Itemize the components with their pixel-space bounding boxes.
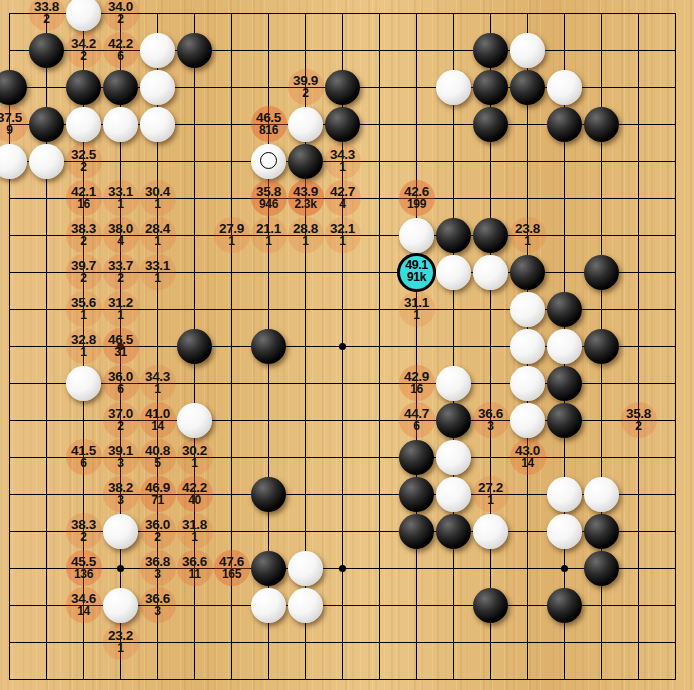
intersection[interactable]: 36.63 xyxy=(472,402,509,439)
intersection[interactable] xyxy=(435,513,472,550)
intersection[interactable] xyxy=(509,513,546,550)
candidate-move-label[interactable]: 34.31 xyxy=(131,365,184,402)
intersection[interactable] xyxy=(546,661,583,690)
intersection[interactable] xyxy=(398,550,435,587)
intersection[interactable] xyxy=(0,365,28,402)
intersection[interactable] xyxy=(0,402,28,439)
candidate-move-label[interactable]: 31.21 xyxy=(94,291,147,328)
intersection[interactable] xyxy=(472,180,509,217)
intersection[interactable] xyxy=(583,550,620,587)
intersection[interactable] xyxy=(0,254,28,291)
intersection[interactable] xyxy=(0,32,28,69)
intersection[interactable] xyxy=(176,32,213,69)
intersection[interactable] xyxy=(546,106,583,143)
intersection[interactable] xyxy=(620,365,657,402)
intersection[interactable] xyxy=(398,439,435,476)
intersection[interactable] xyxy=(250,513,287,550)
intersection[interactable] xyxy=(250,32,287,69)
intersection[interactable]: 34.31 xyxy=(139,365,176,402)
intersection[interactable] xyxy=(287,328,324,365)
intersection[interactable] xyxy=(324,0,361,32)
intersection[interactable] xyxy=(583,513,620,550)
intersection[interactable] xyxy=(472,254,509,291)
intersection[interactable] xyxy=(250,587,287,624)
intersection[interactable] xyxy=(250,254,287,291)
intersection[interactable] xyxy=(287,624,324,661)
intersection[interactable] xyxy=(0,624,28,661)
intersection[interactable] xyxy=(176,624,213,661)
intersection[interactable] xyxy=(509,69,546,106)
intersection[interactable]: 36.63 xyxy=(139,587,176,624)
intersection[interactable] xyxy=(657,550,694,587)
intersection[interactable] xyxy=(287,0,324,32)
intersection[interactable] xyxy=(213,32,250,69)
intersection[interactable] xyxy=(435,624,472,661)
intersection[interactable] xyxy=(509,143,546,180)
intersection[interactable] xyxy=(657,624,694,661)
intersection[interactable] xyxy=(65,661,102,690)
intersection[interactable]: 31.11 xyxy=(398,291,435,328)
intersection[interactable] xyxy=(176,0,213,32)
intersection[interactable] xyxy=(472,661,509,690)
intersection[interactable] xyxy=(546,69,583,106)
intersection[interactable] xyxy=(657,180,694,217)
candidate-move-label[interactable]: 36.63 xyxy=(464,402,517,439)
intersection[interactable] xyxy=(657,661,694,690)
intersection[interactable] xyxy=(472,106,509,143)
intersection[interactable] xyxy=(287,661,324,690)
intersection[interactable] xyxy=(213,328,250,365)
intersection[interactable] xyxy=(583,180,620,217)
intersection[interactable] xyxy=(509,254,546,291)
intersection[interactable] xyxy=(620,291,657,328)
intersection[interactable] xyxy=(176,106,213,143)
intersection[interactable] xyxy=(620,106,657,143)
candidate-move-label[interactable]: 42.240 xyxy=(168,476,221,513)
candidate-move-label[interactable]: 30.41 xyxy=(131,180,184,217)
intersection[interactable]: 23.21 xyxy=(102,624,139,661)
candidate-move-label[interactable]: 46.531 xyxy=(94,328,147,365)
intersection[interactable] xyxy=(657,0,694,32)
intersection[interactable] xyxy=(361,476,398,513)
intersection[interactable] xyxy=(0,476,28,513)
intersection[interactable] xyxy=(435,0,472,32)
intersection[interactable] xyxy=(435,439,472,476)
intersection[interactable]: 42.6199 xyxy=(398,180,435,217)
intersection[interactable] xyxy=(435,217,472,254)
intersection[interactable] xyxy=(657,439,694,476)
intersection[interactable] xyxy=(287,550,324,587)
intersection[interactable] xyxy=(324,513,361,550)
intersection[interactable] xyxy=(324,365,361,402)
intersection[interactable]: 33.11 xyxy=(139,254,176,291)
intersection[interactable] xyxy=(620,32,657,69)
intersection[interactable]: 27.21 xyxy=(472,476,509,513)
intersection[interactable]: 47.6165 xyxy=(213,550,250,587)
intersection[interactable] xyxy=(583,69,620,106)
intersection[interactable] xyxy=(28,365,65,402)
intersection[interactable] xyxy=(324,106,361,143)
intersection[interactable] xyxy=(620,217,657,254)
candidate-move-label[interactable]: 45.5136 xyxy=(57,550,110,587)
candidate-move-label[interactable]: 34.02 xyxy=(94,0,147,32)
intersection[interactable] xyxy=(435,143,472,180)
intersection[interactable]: 39.92 xyxy=(287,69,324,106)
intersection[interactable] xyxy=(361,550,398,587)
intersection[interactable] xyxy=(213,0,250,32)
intersection[interactable] xyxy=(583,328,620,365)
intersection[interactable] xyxy=(620,513,657,550)
candidate-move-label[interactable]: 42.916 xyxy=(390,365,443,402)
intersection[interactable]: 43.014 xyxy=(509,439,546,476)
intersection[interactable] xyxy=(324,291,361,328)
intersection[interactable]: 34.614 xyxy=(65,587,102,624)
intersection[interactable] xyxy=(620,143,657,180)
intersection[interactable] xyxy=(583,254,620,291)
intersection[interactable] xyxy=(472,32,509,69)
intersection[interactable] xyxy=(287,587,324,624)
intersection[interactable] xyxy=(472,513,509,550)
intersection[interactable] xyxy=(28,476,65,513)
candidate-move-label[interactable]: 41.014 xyxy=(131,402,184,439)
intersection[interactable] xyxy=(620,0,657,32)
intersection[interactable] xyxy=(250,0,287,32)
candidate-move-label[interactable]: 23.81 xyxy=(501,217,554,254)
candidate-move-label[interactable]: 31.81 xyxy=(168,513,221,550)
intersection[interactable] xyxy=(620,476,657,513)
intersection[interactable]: 41.014 xyxy=(139,402,176,439)
candidate-move-label[interactable]: 38.32 xyxy=(57,513,110,550)
intersection[interactable] xyxy=(361,69,398,106)
intersection[interactable] xyxy=(250,328,287,365)
intersection[interactable] xyxy=(657,476,694,513)
intersection[interactable] xyxy=(657,365,694,402)
candidate-move-label[interactable]: 42.26 xyxy=(94,32,147,69)
intersection[interactable] xyxy=(102,106,139,143)
intersection[interactable] xyxy=(546,550,583,587)
intersection[interactable] xyxy=(0,661,28,690)
intersection[interactable]: 35.82 xyxy=(620,402,657,439)
intersection[interactable] xyxy=(213,587,250,624)
intersection[interactable] xyxy=(213,365,250,402)
intersection[interactable] xyxy=(361,661,398,690)
intersection[interactable]: 30.21 xyxy=(176,439,213,476)
intersection[interactable]: 32.11 xyxy=(324,217,361,254)
candidate-move-label[interactable]: 33.11 xyxy=(131,254,184,291)
intersection[interactable] xyxy=(435,106,472,143)
intersection[interactable]: 46.5816 xyxy=(250,106,287,143)
intersection[interactable] xyxy=(28,661,65,690)
candidate-move-label[interactable]: 34.31 xyxy=(316,143,369,180)
intersection[interactable] xyxy=(250,402,287,439)
intersection[interactable]: 42.26 xyxy=(102,32,139,69)
intersection[interactable] xyxy=(657,69,694,106)
intersection[interactable] xyxy=(583,587,620,624)
intersection[interactable]: 42.916 xyxy=(398,365,435,402)
candidate-move-label[interactable]: 42.6199 xyxy=(390,180,443,217)
intersection[interactable] xyxy=(287,291,324,328)
intersection[interactable] xyxy=(287,32,324,69)
intersection[interactable] xyxy=(583,217,620,254)
intersection[interactable]: 49.191k xyxy=(398,254,435,291)
intersection[interactable] xyxy=(509,587,546,624)
intersection[interactable]: 34.31 xyxy=(324,143,361,180)
intersection[interactable] xyxy=(509,32,546,69)
intersection[interactable] xyxy=(0,439,28,476)
intersection[interactable] xyxy=(28,69,65,106)
intersection[interactable] xyxy=(0,513,28,550)
intersection[interactable] xyxy=(546,624,583,661)
intersection[interactable] xyxy=(213,624,250,661)
intersection[interactable]: 34.02 xyxy=(102,0,139,32)
intersection[interactable] xyxy=(583,106,620,143)
intersection[interactable] xyxy=(435,69,472,106)
intersection[interactable] xyxy=(250,439,287,476)
candidate-move-label[interactable]: 47.6165 xyxy=(205,550,258,587)
candidate-move-label[interactable]: 36.63 xyxy=(131,587,184,624)
intersection[interactable]: 33.82 xyxy=(28,0,65,32)
intersection[interactable] xyxy=(583,365,620,402)
candidate-move-label[interactable]: 30.21 xyxy=(168,439,221,476)
intersection[interactable] xyxy=(657,328,694,365)
intersection[interactable]: 46.531 xyxy=(102,328,139,365)
intersection[interactable] xyxy=(472,69,509,106)
intersection[interactable] xyxy=(398,587,435,624)
intersection[interactable] xyxy=(398,0,435,32)
intersection[interactable] xyxy=(657,217,694,254)
intersection[interactable] xyxy=(583,439,620,476)
intersection[interactable] xyxy=(435,32,472,69)
intersection[interactable] xyxy=(0,69,28,106)
intersection[interactable]: 23.81 xyxy=(509,217,546,254)
candidate-move-label[interactable]: 23.21 xyxy=(94,624,147,661)
intersection[interactable] xyxy=(583,291,620,328)
intersection[interactable] xyxy=(361,513,398,550)
intersection[interactable] xyxy=(546,328,583,365)
intersection[interactable]: 44.76 xyxy=(398,402,435,439)
intersection[interactable] xyxy=(472,550,509,587)
intersection[interactable] xyxy=(0,550,28,587)
intersection[interactable]: 28.41 xyxy=(139,217,176,254)
intersection[interactable] xyxy=(620,661,657,690)
intersection[interactable] xyxy=(472,624,509,661)
intersection[interactable] xyxy=(546,513,583,550)
intersection[interactable]: 42.74 xyxy=(324,180,361,217)
candidate-move-label[interactable]: 46.5816 xyxy=(242,106,295,143)
intersection[interactable] xyxy=(176,328,213,365)
intersection[interactable] xyxy=(546,0,583,32)
candidate-move-label[interactable]: 44.76 xyxy=(390,402,443,439)
intersection[interactable] xyxy=(435,661,472,690)
intersection[interactable] xyxy=(583,32,620,69)
intersection[interactable] xyxy=(620,254,657,291)
intersection[interactable] xyxy=(398,32,435,69)
intersection[interactable] xyxy=(509,291,546,328)
intersection[interactable] xyxy=(620,587,657,624)
intersection[interactable] xyxy=(657,32,694,69)
intersection[interactable] xyxy=(361,32,398,69)
intersection[interactable]: 38.32 xyxy=(65,513,102,550)
candidate-move-label[interactable]: 32.11 xyxy=(316,217,369,254)
intersection[interactable] xyxy=(509,328,546,365)
intersection[interactable] xyxy=(657,106,694,143)
intersection[interactable] xyxy=(102,69,139,106)
intersection[interactable] xyxy=(583,143,620,180)
intersection[interactable] xyxy=(472,0,509,32)
intersection[interactable] xyxy=(324,32,361,69)
intersection[interactable] xyxy=(398,476,435,513)
intersection[interactable] xyxy=(102,661,139,690)
intersection[interactable] xyxy=(65,106,102,143)
intersection[interactable] xyxy=(398,106,435,143)
intersection[interactable] xyxy=(176,661,213,690)
intersection[interactable] xyxy=(398,661,435,690)
intersection[interactable]: 31.21 xyxy=(102,291,139,328)
best-move-suggestion[interactable]: 49.191k xyxy=(397,253,436,292)
intersection[interactable] xyxy=(213,291,250,328)
intersection[interactable] xyxy=(398,328,435,365)
intersection[interactable] xyxy=(250,365,287,402)
intersection[interactable] xyxy=(28,402,65,439)
intersection[interactable] xyxy=(509,0,546,32)
intersection[interactable]: 30.41 xyxy=(139,180,176,217)
intersection[interactable] xyxy=(213,402,250,439)
intersection[interactable]: 45.5136 xyxy=(65,550,102,587)
candidate-move-label[interactable]: 37.59 xyxy=(0,106,36,143)
intersection[interactable] xyxy=(472,587,509,624)
intersection[interactable] xyxy=(546,254,583,291)
intersection[interactable] xyxy=(472,291,509,328)
intersection[interactable] xyxy=(361,439,398,476)
intersection[interactable] xyxy=(657,291,694,328)
intersection[interactable] xyxy=(361,254,398,291)
intersection[interactable] xyxy=(583,624,620,661)
candidate-move-label[interactable]: 39.92 xyxy=(279,69,332,106)
candidate-move-label[interactable]: 34.614 xyxy=(57,587,110,624)
candidate-move-label[interactable]: 33.82 xyxy=(20,0,73,32)
intersection[interactable] xyxy=(472,365,509,402)
intersection[interactable] xyxy=(546,476,583,513)
intersection[interactable] xyxy=(546,32,583,69)
intersection[interactable]: 31.81 xyxy=(176,513,213,550)
candidate-move-label[interactable]: 32.52 xyxy=(57,143,110,180)
intersection[interactable] xyxy=(509,106,546,143)
intersection[interactable] xyxy=(546,587,583,624)
intersection[interactable] xyxy=(546,402,583,439)
intersection[interactable] xyxy=(472,328,509,365)
intersection[interactable] xyxy=(620,180,657,217)
intersection[interactable] xyxy=(657,587,694,624)
intersection[interactable] xyxy=(620,550,657,587)
intersection[interactable] xyxy=(324,439,361,476)
candidate-move-label[interactable]: 35.82 xyxy=(612,402,665,439)
intersection[interactable] xyxy=(361,624,398,661)
intersection[interactable] xyxy=(435,328,472,365)
intersection[interactable] xyxy=(657,513,694,550)
intersection[interactable] xyxy=(28,624,65,661)
candidate-move-label[interactable]: 42.74 xyxy=(316,180,369,217)
intersection[interactable] xyxy=(287,254,324,291)
intersection[interactable] xyxy=(250,143,287,180)
candidate-move-label[interactable]: 27.21 xyxy=(464,476,517,513)
intersection[interactable] xyxy=(657,143,694,180)
intersection[interactable]: 32.52 xyxy=(65,143,102,180)
intersection[interactable] xyxy=(583,0,620,32)
intersection[interactable] xyxy=(139,143,176,180)
intersection[interactable] xyxy=(324,254,361,291)
intersection[interactable] xyxy=(213,143,250,180)
intersection[interactable] xyxy=(509,550,546,587)
intersection[interactable] xyxy=(657,254,694,291)
intersection[interactable] xyxy=(472,143,509,180)
intersection[interactable] xyxy=(620,69,657,106)
intersection[interactable] xyxy=(620,328,657,365)
intersection[interactable] xyxy=(287,365,324,402)
intersection[interactable] xyxy=(324,661,361,690)
intersection[interactable] xyxy=(324,624,361,661)
intersection[interactable] xyxy=(287,513,324,550)
intersection[interactable] xyxy=(324,402,361,439)
candidate-move-label[interactable]: 28.41 xyxy=(131,217,184,254)
intersection[interactable] xyxy=(324,550,361,587)
intersection[interactable] xyxy=(546,180,583,217)
intersection[interactable] xyxy=(324,328,361,365)
intersection[interactable] xyxy=(583,661,620,690)
intersection[interactable] xyxy=(176,69,213,106)
intersection[interactable] xyxy=(287,402,324,439)
intersection[interactable] xyxy=(398,69,435,106)
intersection[interactable] xyxy=(139,69,176,106)
intersection[interactable] xyxy=(0,291,28,328)
intersection[interactable] xyxy=(361,0,398,32)
intersection[interactable] xyxy=(0,587,28,624)
intersection[interactable] xyxy=(620,439,657,476)
intersection[interactable] xyxy=(361,587,398,624)
intersection[interactable] xyxy=(509,180,546,217)
intersection[interactable] xyxy=(398,143,435,180)
intersection[interactable] xyxy=(139,106,176,143)
intersection[interactable] xyxy=(509,661,546,690)
intersection[interactable] xyxy=(176,291,213,328)
intersection[interactable] xyxy=(583,476,620,513)
intersection[interactable] xyxy=(213,661,250,690)
candidate-move-label[interactable]: 43.014 xyxy=(501,439,554,476)
candidate-move-label[interactable]: 31.11 xyxy=(390,291,443,328)
intersection[interactable] xyxy=(620,624,657,661)
intersection[interactable] xyxy=(0,180,28,217)
intersection[interactable] xyxy=(0,217,28,254)
intersection[interactable] xyxy=(213,254,250,291)
intersection[interactable] xyxy=(398,624,435,661)
intersection[interactable] xyxy=(287,439,324,476)
intersection[interactable]: 37.59 xyxy=(0,106,28,143)
intersection[interactable] xyxy=(361,328,398,365)
intersection[interactable] xyxy=(176,143,213,180)
intersection[interactable] xyxy=(287,476,324,513)
intersection[interactable] xyxy=(509,624,546,661)
intersection[interactable] xyxy=(213,69,250,106)
intersection[interactable] xyxy=(324,587,361,624)
intersection[interactable] xyxy=(139,661,176,690)
intersection[interactable] xyxy=(324,476,361,513)
intersection[interactable] xyxy=(361,106,398,143)
intersection[interactable] xyxy=(435,550,472,587)
intersection[interactable] xyxy=(546,291,583,328)
intersection[interactable] xyxy=(435,587,472,624)
intersection[interactable] xyxy=(250,661,287,690)
intersection[interactable] xyxy=(0,143,28,180)
intersection[interactable] xyxy=(0,328,28,365)
